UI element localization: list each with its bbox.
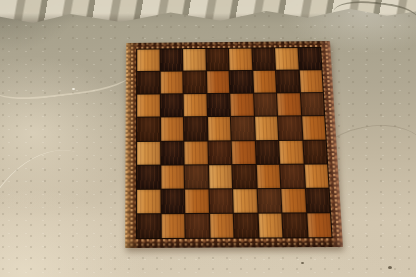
square-e7[interactable] (230, 71, 253, 93)
square-h1[interactable] (307, 213, 332, 237)
square-c1[interactable] (185, 214, 209, 238)
square-d3[interactable] (208, 165, 231, 188)
square-c3[interactable] (185, 165, 208, 188)
square-c7[interactable] (183, 71, 206, 93)
square-a6[interactable] (137, 95, 159, 117)
square-e1[interactable] (234, 214, 258, 238)
square-a5[interactable] (137, 118, 160, 141)
square-b4[interactable] (161, 141, 184, 164)
square-e4[interactable] (232, 141, 256, 164)
square-a1[interactable] (137, 214, 160, 238)
square-a3[interactable] (137, 165, 160, 188)
square-a7[interactable] (137, 72, 159, 94)
photo-scene (0, 0, 416, 277)
square-a2[interactable] (137, 189, 160, 213)
square-f5[interactable] (255, 117, 279, 140)
square-b5[interactable] (161, 118, 184, 141)
square-f6[interactable] (254, 94, 277, 116)
square-c5[interactable] (184, 117, 207, 140)
square-g7[interactable] (276, 71, 299, 93)
square-g8[interactable] (275, 48, 298, 70)
square-b3[interactable] (161, 165, 184, 188)
square-g4[interactable] (279, 140, 303, 163)
square-h6[interactable] (300, 93, 324, 115)
square-e8[interactable] (229, 49, 252, 71)
square-h5[interactable] (302, 117, 326, 140)
floor-speck (301, 262, 304, 264)
carved-border-bottom (125, 238, 343, 248)
square-g5[interactable] (278, 117, 302, 140)
square-h8[interactable] (298, 48, 321, 70)
square-d7[interactable] (206, 71, 229, 93)
square-a8[interactable] (137, 49, 159, 71)
square-e2[interactable] (233, 189, 257, 213)
square-b2[interactable] (161, 189, 184, 213)
square-d5[interactable] (207, 117, 230, 140)
square-c2[interactable] (185, 189, 208, 213)
square-f3[interactable] (256, 164, 280, 187)
square-a4[interactable] (137, 141, 160, 164)
square-f4[interactable] (255, 140, 279, 163)
square-b8[interactable] (160, 49, 182, 71)
floor-speck (388, 266, 392, 269)
square-f7[interactable] (253, 71, 276, 93)
square-d6[interactable] (207, 94, 230, 116)
square-d4[interactable] (208, 141, 231, 164)
board-frame (125, 41, 343, 248)
square-c8[interactable] (183, 49, 205, 71)
square-e5[interactable] (231, 117, 254, 140)
square-g3[interactable] (280, 164, 304, 187)
square-f2[interactable] (257, 189, 281, 213)
square-g6[interactable] (277, 94, 301, 116)
square-f1[interactable] (258, 213, 282, 237)
square-d1[interactable] (210, 214, 234, 238)
square-b7[interactable] (160, 72, 182, 94)
square-g1[interactable] (282, 213, 307, 237)
square-b6[interactable] (160, 94, 183, 116)
square-h3[interactable] (304, 164, 328, 187)
square-h2[interactable] (305, 188, 330, 212)
square-f8[interactable] (252, 48, 275, 70)
square-h4[interactable] (303, 140, 327, 163)
square-c6[interactable] (184, 94, 207, 116)
square-e3[interactable] (232, 165, 256, 188)
board-grid (136, 47, 333, 239)
chess-board-wrapper (0, 0, 200, 200)
square-c4[interactable] (184, 141, 207, 164)
square-g2[interactable] (281, 189, 305, 213)
chess-board (125, 41, 343, 248)
square-d2[interactable] (209, 189, 233, 213)
square-b1[interactable] (161, 214, 184, 238)
square-h7[interactable] (299, 70, 323, 92)
square-d8[interactable] (206, 49, 229, 71)
square-e6[interactable] (230, 94, 253, 116)
